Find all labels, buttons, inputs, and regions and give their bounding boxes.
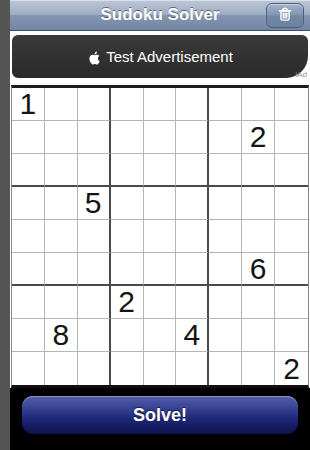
sudoku-board: 12562842 [11, 85, 309, 388]
sudoku-cell-r4c5[interactable] [144, 187, 177, 220]
sudoku-cell-r3c9[interactable] [275, 154, 308, 187]
sudoku-cell-r7c9[interactable] [275, 286, 308, 319]
sudoku-cell-r3c8[interactable] [242, 154, 275, 187]
sudoku-cell-r8c2[interactable]: 8 [45, 319, 78, 352]
sudoku-cell-r3c7[interactable] [209, 154, 242, 187]
sudoku-cell-r4c4[interactable] [111, 187, 144, 220]
sudoku-cell-r5c6[interactable] [176, 220, 209, 253]
sudoku-cell-r6c4[interactable] [111, 253, 144, 286]
navigation-bar: Sudoku Solver [10, 0, 310, 31]
sudoku-cell-r8c4[interactable] [111, 319, 144, 352]
sudoku-cell-r1c1[interactable]: 1 [12, 88, 45, 121]
sudoku-cell-r4c8[interactable] [242, 187, 275, 220]
sudoku-cell-r5c1[interactable] [12, 220, 45, 253]
sudoku-cell-r7c7[interactable] [209, 286, 242, 319]
sudoku-cell-r4c2[interactable] [45, 187, 78, 220]
ad-banner[interactable]: Test Advertisement [12, 35, 308, 78]
sudoku-cell-r1c5[interactable] [144, 88, 177, 121]
sudoku-cell-r2c8[interactable]: 2 [242, 121, 275, 154]
sudoku-cell-r7c4[interactable]: 2 [111, 286, 144, 319]
sudoku-cell-r1c2[interactable] [45, 88, 78, 121]
sudoku-cell-r3c3[interactable] [78, 154, 111, 187]
sudoku-cell-r1c7[interactable] [209, 88, 242, 121]
sudoku-cell-r2c1[interactable] [12, 121, 45, 154]
sudoku-cell-r6c1[interactable] [12, 253, 45, 286]
sudoku-cell-r1c4[interactable] [111, 88, 144, 121]
sudoku-cell-r5c8[interactable] [242, 220, 275, 253]
sudoku-cell-r9c9[interactable]: 2 [275, 352, 308, 385]
sudoku-cell-r9c5[interactable] [144, 352, 177, 385]
sudoku-cell-r2c9[interactable] [275, 121, 308, 154]
app-screen: Sudoku Solver Test Advertisement iAd [10, 0, 310, 450]
sudoku-cell-r9c2[interactable] [45, 352, 78, 385]
sudoku-cell-r8c1[interactable] [12, 319, 45, 352]
sudoku-cell-r7c1[interactable] [12, 286, 45, 319]
sudoku-cell-r5c9[interactable] [275, 220, 308, 253]
sudoku-cell-r6c3[interactable] [78, 253, 111, 286]
sudoku-cell-r1c3[interactable] [78, 88, 111, 121]
sudoku-cell-r3c4[interactable] [111, 154, 144, 187]
iad-badge: iAd [295, 70, 307, 79]
sudoku-cell-r8c5[interactable] [144, 319, 177, 352]
sudoku-cell-r4c1[interactable] [12, 187, 45, 220]
sudoku-cell-r4c6[interactable] [176, 187, 209, 220]
sudoku-cell-r2c4[interactable] [111, 121, 144, 154]
sudoku-cell-r1c8[interactable] [242, 88, 275, 121]
sudoku-cell-r6c8[interactable]: 6 [242, 253, 275, 286]
sudoku-cell-r6c6[interactable] [176, 253, 209, 286]
sudoku-cell-r5c3[interactable] [78, 220, 111, 253]
sudoku-cell-r9c4[interactable] [111, 352, 144, 385]
sudoku-cell-r9c7[interactable] [209, 352, 242, 385]
sudoku-cell-r6c5[interactable] [144, 253, 177, 286]
sudoku-cell-r6c2[interactable] [45, 253, 78, 286]
sudoku-cell-r8c3[interactable] [78, 319, 111, 352]
sudoku-cell-r3c6[interactable] [176, 154, 209, 187]
sudoku-cell-r9c3[interactable] [78, 352, 111, 385]
sudoku-cell-r7c3[interactable] [78, 286, 111, 319]
sudoku-cell-r8c8[interactable] [242, 319, 275, 352]
trash-icon [278, 6, 292, 26]
sudoku-cell-r7c8[interactable] [242, 286, 275, 319]
ad-banner-label: Test Advertisement [106, 48, 233, 65]
sudoku-cell-r5c7[interactable] [209, 220, 242, 253]
sudoku-cell-r9c6[interactable] [176, 352, 209, 385]
sudoku-cell-r2c7[interactable] [209, 121, 242, 154]
footer-bar: Solve! [10, 388, 310, 450]
sudoku-cell-r2c2[interactable] [45, 121, 78, 154]
sudoku-cell-r6c9[interactable] [275, 253, 308, 286]
sudoku-cell-r7c5[interactable] [144, 286, 177, 319]
sudoku-cell-r5c2[interactable] [45, 220, 78, 253]
sudoku-cell-r3c1[interactable] [12, 154, 45, 187]
trash-button[interactable] [266, 3, 304, 28]
sudoku-cell-r5c5[interactable] [144, 220, 177, 253]
page-title: Sudoku Solver [10, 0, 310, 29]
sudoku-cell-r7c2[interactable] [45, 286, 78, 319]
sudoku-cell-r4c9[interactable] [275, 187, 308, 220]
sudoku-cell-r5c4[interactable] [111, 220, 144, 253]
sudoku-cell-r4c3[interactable]: 5 [78, 187, 111, 220]
sudoku-cell-r6c7[interactable] [209, 253, 242, 286]
ad-section: Test Advertisement iAd [10, 31, 310, 85]
sudoku-cell-r3c5[interactable] [144, 154, 177, 187]
sudoku-cell-r4c7[interactable] [209, 187, 242, 220]
sudoku-cell-r3c2[interactable] [45, 154, 78, 187]
sudoku-cell-r8c7[interactable] [209, 319, 242, 352]
sudoku-cell-r7c6[interactable] [176, 286, 209, 319]
sudoku-cell-r2c6[interactable] [176, 121, 209, 154]
solve-button[interactable]: Solve! [22, 396, 298, 434]
sudoku-cell-r8c6[interactable]: 4 [176, 319, 209, 352]
sudoku-cell-r1c9[interactable] [275, 88, 308, 121]
apple-logo-icon [87, 50, 101, 66]
sudoku-cell-r2c5[interactable] [144, 121, 177, 154]
sudoku-cell-r2c3[interactable] [78, 121, 111, 154]
sudoku-cell-r8c9[interactable] [275, 319, 308, 352]
sudoku-cell-r1c6[interactable] [176, 88, 209, 121]
sudoku-cell-r9c1[interactable] [12, 352, 45, 385]
sudoku-cell-r9c8[interactable] [242, 352, 275, 385]
